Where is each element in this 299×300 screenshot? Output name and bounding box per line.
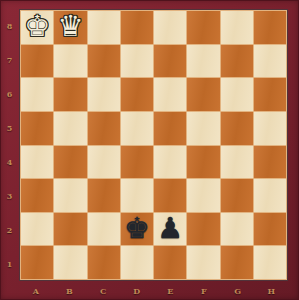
rank-label-8: 8 [0,9,19,43]
square-e6[interactable] [154,78,186,111]
square-f3[interactable] [187,179,219,212]
square-e2[interactable]: ♟ [154,213,186,246]
rank-label-2: 2 [0,213,19,247]
square-a7[interactable] [21,45,53,78]
square-d8[interactable] [121,11,153,44]
square-c5[interactable] [88,112,120,145]
square-c6[interactable] [88,78,120,111]
square-f7[interactable] [187,45,219,78]
file-label-g: G [221,282,255,300]
rank-label-1: 1 [0,247,19,281]
square-g6[interactable] [221,78,253,111]
square-c1[interactable] [88,246,120,279]
square-c2[interactable] [88,213,120,246]
square-h5[interactable] [254,112,286,145]
rank-labels: 87654321 [0,9,19,281]
square-g5[interactable] [221,112,253,145]
square-d5[interactable] [121,112,153,145]
square-a5[interactable] [21,112,53,145]
file-label-f: F [187,282,221,300]
square-h3[interactable] [254,179,286,212]
black-king-d2[interactable]: ♚ [124,214,150,243]
square-f5[interactable] [187,112,219,145]
square-c8[interactable] [88,11,120,44]
black-pawn-e2[interactable]: ♟ [157,214,183,243]
square-e7[interactable] [154,45,186,78]
square-d3[interactable] [121,179,153,212]
rank-label-5: 5 [0,111,19,145]
square-h2[interactable] [254,213,286,246]
square-a8[interactable]: ♚ [21,11,53,44]
rank-label-3: 3 [0,179,19,213]
rank-label-6: 6 [0,77,19,111]
square-a4[interactable] [21,146,53,179]
square-d1[interactable] [121,246,153,279]
square-f4[interactable] [187,146,219,179]
square-b1[interactable] [54,246,86,279]
square-h8[interactable] [254,11,286,44]
square-b6[interactable] [54,78,86,111]
file-label-b: B [53,282,87,300]
file-label-a: A [19,282,53,300]
square-d4[interactable] [121,146,153,179]
square-e3[interactable] [154,179,186,212]
square-f8[interactable] [187,11,219,44]
square-b3[interactable] [54,179,86,212]
square-a3[interactable] [21,179,53,212]
file-label-h: H [254,282,288,300]
white-queen-b8[interactable]: ♛ [57,12,83,41]
square-g8[interactable] [221,11,253,44]
square-a2[interactable] [21,213,53,246]
square-d7[interactable] [121,45,153,78]
square-g4[interactable] [221,146,253,179]
square-d2[interactable]: ♚ [121,213,153,246]
square-f2[interactable] [187,213,219,246]
file-label-d: D [120,282,154,300]
square-f6[interactable] [187,78,219,111]
square-e5[interactable] [154,112,186,145]
square-h7[interactable] [254,45,286,78]
file-label-c: C [86,282,120,300]
file-labels: ABCDEFGH [19,282,288,300]
square-g3[interactable] [221,179,253,212]
square-a6[interactable] [21,78,53,111]
square-g1[interactable] [221,246,253,279]
square-b8[interactable]: ♛ [54,11,86,44]
square-f1[interactable] [187,246,219,279]
square-d6[interactable] [121,78,153,111]
chess-board: ♚♛♚♟ [19,9,288,281]
square-a1[interactable] [21,246,53,279]
rank-label-4: 4 [0,145,19,179]
chess-diagram: 87654321 ♚♛♚♟ ABCDEFGH [0,0,299,300]
square-b4[interactable] [54,146,86,179]
square-h1[interactable] [254,246,286,279]
square-c3[interactable] [88,179,120,212]
rank-label-7: 7 [0,43,19,77]
square-b7[interactable] [54,45,86,78]
square-e1[interactable] [154,246,186,279]
square-b5[interactable] [54,112,86,145]
square-g7[interactable] [221,45,253,78]
file-label-e: E [154,282,188,300]
square-g2[interactable] [221,213,253,246]
white-king-a8[interactable]: ♚ [24,12,50,41]
square-e8[interactable] [154,11,186,44]
square-e4[interactable] [154,146,186,179]
square-h6[interactable] [254,78,286,111]
square-c4[interactable] [88,146,120,179]
square-c7[interactable] [88,45,120,78]
square-b2[interactable] [54,213,86,246]
square-h4[interactable] [254,146,286,179]
